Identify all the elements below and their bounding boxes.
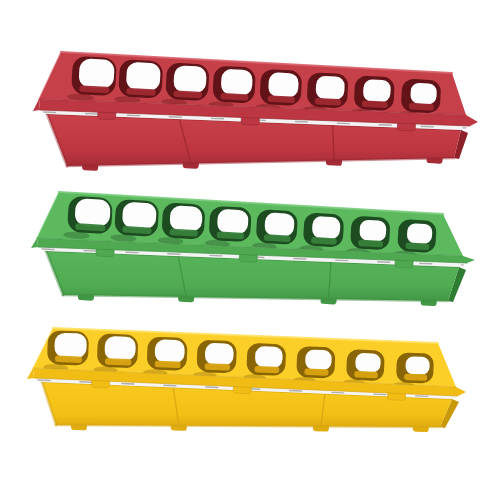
- product-photo: [0, 0, 500, 500]
- green-feeder: [31, 192, 475, 306]
- yellow-feeder: [27, 328, 466, 432]
- feeder-trio-image: [0, 0, 500, 500]
- red-feeder: [33, 52, 478, 171]
